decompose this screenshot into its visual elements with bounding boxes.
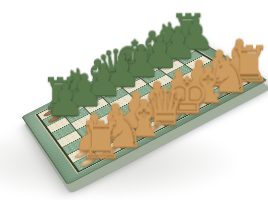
square-a1[interactable]: ♜ (73, 152, 100, 171)
photo-canvas: ♜♞♝♛♚♝♞♜♟♟♟♟♟♟♟♟♟♟♟♟♟♟♟♟♜♞♝♛♚♝♞♜ (0, 0, 268, 200)
rook-glyph-icon: ♜ (78, 114, 102, 165)
piece-white-rook[interactable]: ♜ (73, 152, 100, 171)
chess-board-3d: ♜♞♝♛♚♝♞♜♟♟♟♟♟♟♟♟♟♟♟♟♟♟♟♟♜♞♝♛♚♝♞♜ (21, 33, 267, 185)
scene-3d: ♜♞♝♛♚♝♞♜♟♟♟♟♟♟♟♟♟♟♟♟♟♟♟♟♜♞♝♛♚♝♞♜ (0, 0, 268, 200)
pawn-glyph-icon: ♟ (46, 77, 66, 122)
